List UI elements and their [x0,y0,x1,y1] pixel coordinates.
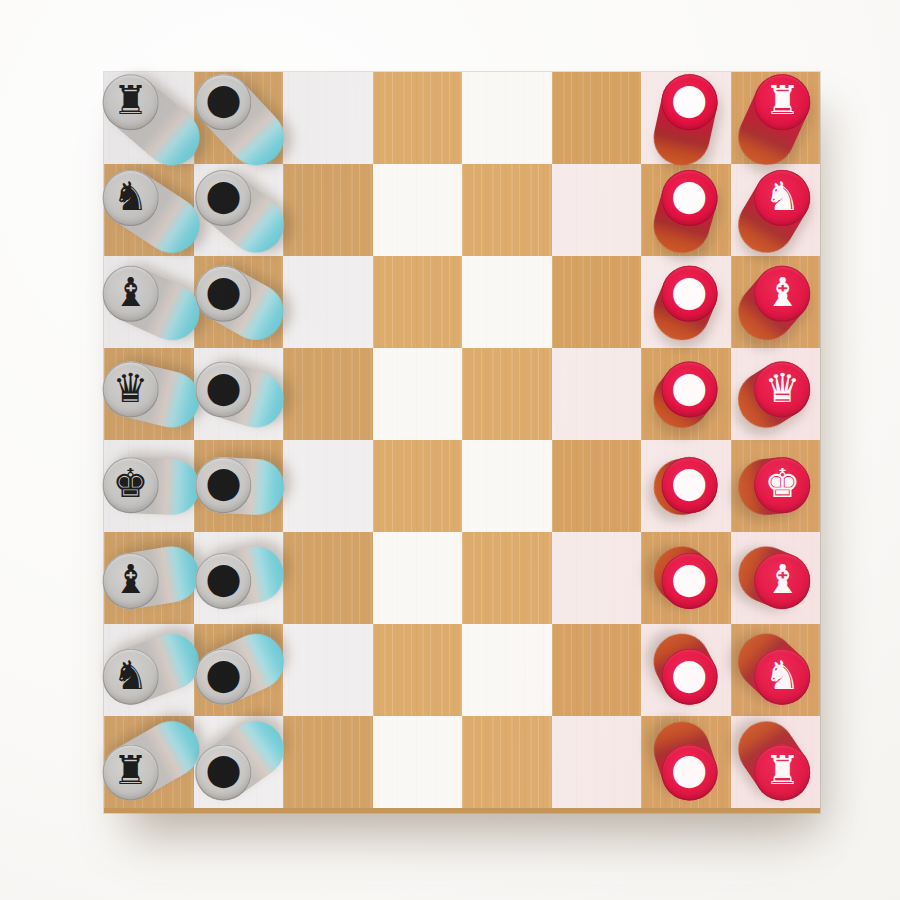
piece-silver-bishop[interactable]: ♝ [86,248,176,340]
piece-red-pawn[interactable]: ● [645,152,735,244]
square-r5c8[interactable]: ♚ [731,440,821,532]
piece-face: ● [661,362,717,418]
rook-icon: ♜ [764,80,800,120]
piece-face: ♜ [102,74,158,130]
pawn-icon: ● [671,748,708,790]
square-r1c2[interactable]: ● [194,72,284,164]
piece-silver-pawn[interactable]: ● [179,535,268,627]
square-r7c3[interactable] [283,624,373,716]
chess-board: ♜●●♜♞●●♞♝●●♝♛●●♛♚●●♚♝●●♝♞●●♞♜●●♜ [104,72,820,813]
piece-face: ● [661,649,717,705]
square-r3c4[interactable] [373,256,463,348]
pawn-icon: ● [205,270,242,312]
square-r5c7[interactable]: ● [641,440,731,532]
piece-face: ♛ [754,362,810,418]
square-r8c3[interactable] [283,716,373,808]
square-r7c4[interactable] [373,624,463,716]
piece-silver-knight[interactable]: ♞ [86,152,176,244]
piece-red-pawn[interactable]: ● [645,344,735,436]
square-r8c5[interactable] [462,716,552,808]
square-r8c7[interactable]: ● [641,716,731,808]
piece-face: ♞ [754,649,810,705]
piece-silver-pawn[interactable]: ● [179,56,268,148]
pawn-icon: ● [671,270,708,312]
piece-silver-queen[interactable]: ♛ [86,344,176,436]
square-r7c6[interactable] [552,624,642,716]
square-r2c5[interactable] [462,164,552,256]
piece-face: ● [661,457,717,513]
pawn-icon: ● [205,653,242,695]
photo-background: { "game": "chess", "scene_description": … [0,0,900,900]
square-r4c2[interactable]: ● [194,348,284,440]
square-r7c5[interactable] [462,624,552,716]
square-r8c6[interactable] [552,716,642,808]
square-r8c8[interactable]: ♜ [731,716,821,808]
square-r4c5[interactable] [462,348,552,440]
square-r6c7[interactable]: ● [641,532,731,624]
square-r2c4[interactable] [373,164,463,256]
piece-face: ♞ [754,170,810,226]
piece-red-knight[interactable]: ♞ [738,152,828,244]
square-r2c7[interactable]: ● [641,164,731,256]
square-r4c8[interactable]: ♛ [731,348,821,440]
pawn-icon: ● [205,366,242,408]
square-r2c2[interactable]: ● [194,164,284,256]
square-r3c3[interactable] [283,256,373,348]
pawn-icon: ● [671,461,708,503]
piece-red-pawn[interactable]: ● [645,248,735,340]
rook-icon: ♜ [113,80,149,120]
piece-face: ● [661,266,717,322]
piece-silver-rook[interactable]: ♜ [86,56,176,148]
queen-icon: ♛ [113,368,149,408]
square-r6c4[interactable] [373,532,463,624]
piece-face: ● [196,266,252,322]
piece-silver-pawn[interactable]: ● [179,152,268,244]
square-r1c8[interactable]: ♜ [731,72,821,164]
piece-red-pawn[interactable]: ● [645,56,735,148]
square-r3c6[interactable] [552,256,642,348]
pawn-icon: ● [671,653,708,695]
square-r6c8[interactable]: ♝ [731,532,821,624]
piece-red-queen[interactable]: ♛ [738,344,828,436]
square-r8c4[interactable] [373,716,463,808]
square-r2c3[interactable] [283,164,373,256]
square-r7c7[interactable]: ● [641,624,731,716]
square-r4c4[interactable] [373,348,463,440]
pawn-icon: ● [205,557,242,599]
piece-silver-rook[interactable]: ♜ [86,726,176,818]
piece-face: ● [661,74,717,130]
square-r5c6[interactable] [552,440,642,532]
piece-face: ● [661,170,717,226]
square-r5c5[interactable] [462,440,552,532]
knight-icon: ♞ [113,655,149,695]
bishop-icon: ♝ [764,272,800,312]
piece-red-rook[interactable]: ♜ [738,726,828,818]
piece-face: ♚ [102,457,158,513]
pawn-icon: ● [205,174,242,216]
piece-face: ♞ [102,170,158,226]
piece-silver-pawn[interactable]: ● [179,439,268,531]
queen-icon: ♛ [764,368,800,408]
pawn-icon: ● [671,557,708,599]
square-r3c8[interactable]: ♝ [731,256,821,348]
piece-silver-pawn[interactable]: ● [179,344,268,436]
piece-face: ♛ [102,362,158,418]
piece-face: ● [196,457,252,513]
piece-face: ♞ [102,649,158,705]
square-r5c4[interactable] [373,440,463,532]
square-r3c2[interactable]: ● [194,256,284,348]
square-r6c6[interactable] [552,532,642,624]
square-r4c7[interactable]: ● [641,348,731,440]
square-r6c2[interactable]: ● [194,532,284,624]
piece-face: ● [196,744,252,800]
rook-icon: ♜ [764,750,800,790]
piece-red-pawn[interactable]: ● [645,726,735,818]
square-r4c3[interactable] [283,348,373,440]
pawn-icon: ● [205,748,242,790]
piece-silver-king[interactable]: ♚ [86,439,176,531]
piece-red-pawn[interactable]: ● [645,439,735,531]
piece-red-pawn[interactable]: ● [645,535,735,627]
bishop-icon: ♝ [113,559,149,599]
piece-face: ♝ [102,266,158,322]
pawn-icon: ● [671,366,708,408]
knight-icon: ♞ [764,655,800,695]
piece-face: ♝ [754,266,810,322]
piece-face: ● [196,649,252,705]
piece-red-rook[interactable]: ♜ [738,56,828,148]
square-r4c6[interactable] [552,348,642,440]
square-r3c5[interactable] [462,256,552,348]
square-r7c8[interactable]: ♞ [731,624,821,716]
piece-face: ● [196,74,252,130]
square-r7c2[interactable]: ● [194,624,284,716]
piece-silver-pawn[interactable]: ● [179,631,268,723]
pawn-icon: ● [205,78,242,120]
piece-red-knight[interactable]: ♞ [738,631,828,723]
square-r6c5[interactable] [462,532,552,624]
square-r1c4[interactable] [373,72,463,164]
rook-icon: ♜ [113,750,149,790]
piece-red-bishop[interactable]: ♝ [738,535,828,627]
piece-face: ♝ [102,553,158,609]
bishop-icon: ♝ [113,272,149,312]
piece-red-king[interactable]: ♚ [738,439,828,531]
piece-silver-knight[interactable]: ♞ [86,631,176,723]
knight-icon: ♞ [764,176,800,216]
piece-face: ● [661,553,717,609]
pawn-icon: ● [671,174,708,216]
square-r3c7[interactable]: ● [641,256,731,348]
king-icon: ♚ [113,463,149,503]
piece-face: ● [196,362,252,418]
square-r6c3[interactable] [283,532,373,624]
square-r1c6[interactable] [552,72,642,164]
piece-red-pawn[interactable]: ● [645,631,735,723]
piece-silver-pawn[interactable]: ● [179,248,268,340]
square-r1c5[interactable] [462,72,552,164]
piece-face: ♜ [754,744,810,800]
bishop-icon: ♝ [764,559,800,599]
piece-silver-pawn[interactable]: ● [179,726,268,818]
square-r2c8[interactable]: ♞ [731,164,821,256]
pawn-icon: ● [671,78,708,120]
piece-face: ♜ [102,744,158,800]
piece-face: ● [196,170,252,226]
piece-face: ♚ [754,457,810,513]
piece-face: ● [661,744,717,800]
pawn-icon: ● [205,461,242,503]
square-r5c2[interactable]: ● [194,440,284,532]
knight-icon: ♞ [113,176,149,216]
square-r5c3[interactable] [283,440,373,532]
square-r1c3[interactable] [283,72,373,164]
piece-red-bishop[interactable]: ♝ [738,248,828,340]
piece-face: ♝ [754,553,810,609]
piece-silver-bishop[interactable]: ♝ [86,535,176,627]
square-r8c2[interactable]: ● [194,716,284,808]
piece-face: ● [196,553,252,609]
king-icon: ♚ [764,463,800,503]
piece-face: ♜ [754,74,810,130]
square-r2c6[interactable] [552,164,642,256]
square-r1c7[interactable]: ● [641,72,731,164]
